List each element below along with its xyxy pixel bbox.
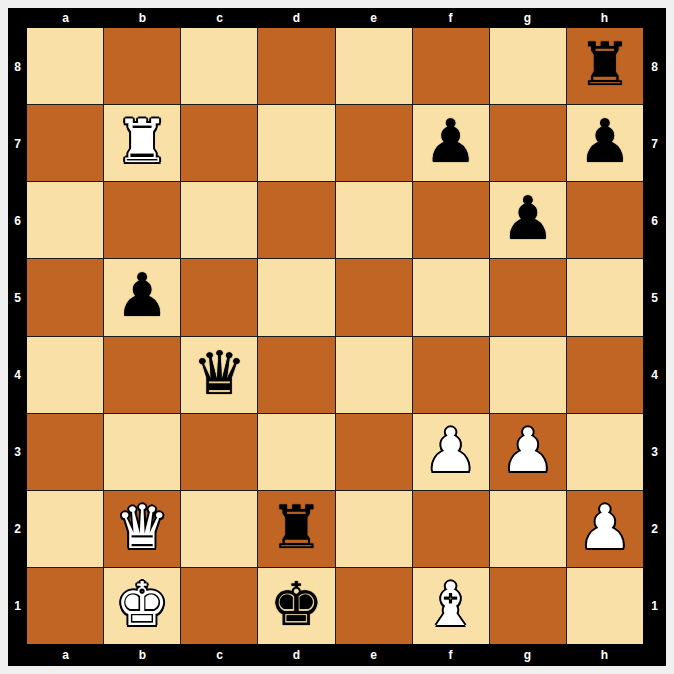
piece-white-pawn: ♟ bbox=[578, 497, 632, 557]
square-h2[interactable]: ♟ bbox=[567, 491, 643, 567]
square-e5[interactable] bbox=[336, 259, 412, 335]
square-c8[interactable] bbox=[181, 28, 257, 104]
square-a5[interactable] bbox=[27, 259, 103, 335]
square-e6[interactable] bbox=[336, 182, 412, 258]
square-h8[interactable]: ♜ bbox=[567, 28, 643, 104]
rank-label-right-8: 8 bbox=[643, 28, 666, 105]
square-d4[interactable] bbox=[258, 337, 334, 413]
piece-white-queen: ♛ bbox=[115, 497, 169, 557]
square-h5[interactable] bbox=[567, 259, 643, 335]
square-g5[interactable] bbox=[490, 259, 566, 335]
file-labels-top: abcdefgh bbox=[27, 8, 643, 28]
square-g4[interactable] bbox=[490, 337, 566, 413]
file-label-top-f: f bbox=[412, 8, 489, 28]
piece-white-pawn: ♟ bbox=[501, 420, 555, 480]
square-a4[interactable] bbox=[27, 337, 103, 413]
square-a2[interactable] bbox=[27, 491, 103, 567]
square-d2[interactable]: ♜ bbox=[258, 491, 334, 567]
square-d8[interactable] bbox=[258, 28, 334, 104]
piece-black-rook: ♜ bbox=[578, 34, 632, 94]
rank-label-left-6: 6 bbox=[8, 182, 27, 259]
square-b3[interactable] bbox=[104, 414, 180, 490]
square-g8[interactable] bbox=[490, 28, 566, 104]
piece-black-king: ♚ bbox=[270, 574, 324, 634]
square-d1[interactable]: ♚ bbox=[258, 568, 334, 644]
square-g6[interactable]: ♟ bbox=[490, 182, 566, 258]
square-a1[interactable] bbox=[27, 568, 103, 644]
square-d3[interactable] bbox=[258, 414, 334, 490]
file-label-top-c: c bbox=[181, 8, 258, 28]
file-label-top-d: d bbox=[258, 8, 335, 28]
square-c5[interactable] bbox=[181, 259, 257, 335]
square-f3[interactable]: ♟ bbox=[413, 414, 489, 490]
square-c2[interactable] bbox=[181, 491, 257, 567]
square-b8[interactable] bbox=[104, 28, 180, 104]
chess-board-frame: abcdefgh 87654321 ♜♜♟♟♟♟♛♟♟♛♜♟♚♚♝ 876543… bbox=[8, 8, 666, 666]
rank-label-left-1: 1 bbox=[8, 567, 27, 644]
square-e3[interactable] bbox=[336, 414, 412, 490]
rank-label-left-2: 2 bbox=[8, 490, 27, 567]
rank-label-right-3: 3 bbox=[643, 413, 666, 490]
square-e8[interactable] bbox=[336, 28, 412, 104]
square-h3[interactable] bbox=[567, 414, 643, 490]
file-label-bottom-h: h bbox=[566, 644, 643, 666]
piece-black-pawn: ♟ bbox=[578, 111, 632, 171]
file-labels-bottom: abcdefgh bbox=[27, 644, 643, 666]
rank-label-left-5: 5 bbox=[8, 259, 27, 336]
piece-black-pawn: ♟ bbox=[501, 188, 555, 248]
square-h1[interactable] bbox=[567, 568, 643, 644]
square-g1[interactable] bbox=[490, 568, 566, 644]
square-f7[interactable]: ♟ bbox=[413, 105, 489, 181]
file-label-bottom-d: d bbox=[258, 644, 335, 666]
piece-black-queen: ♛ bbox=[192, 343, 246, 403]
rank-labels-left: 87654321 bbox=[8, 28, 27, 644]
file-label-bottom-f: f bbox=[412, 644, 489, 666]
rank-label-right-6: 6 bbox=[643, 182, 666, 259]
square-b2[interactable]: ♛ bbox=[104, 491, 180, 567]
rank-label-right-2: 2 bbox=[643, 490, 666, 567]
square-e4[interactable] bbox=[336, 337, 412, 413]
rank-label-left-4: 4 bbox=[8, 336, 27, 413]
square-a3[interactable] bbox=[27, 414, 103, 490]
rank-label-right-5: 5 bbox=[643, 259, 666, 336]
rank-labels-right: 87654321 bbox=[643, 28, 666, 644]
square-f5[interactable] bbox=[413, 259, 489, 335]
square-c1[interactable] bbox=[181, 568, 257, 644]
square-c3[interactable] bbox=[181, 414, 257, 490]
rank-label-left-8: 8 bbox=[8, 28, 27, 105]
rank-label-right-7: 7 bbox=[643, 105, 666, 182]
square-g7[interactable] bbox=[490, 105, 566, 181]
square-d6[interactable] bbox=[258, 182, 334, 258]
piece-black-pawn: ♟ bbox=[424, 111, 478, 171]
square-g3[interactable]: ♟ bbox=[490, 414, 566, 490]
file-label-top-b: b bbox=[104, 8, 181, 28]
square-e7[interactable] bbox=[336, 105, 412, 181]
piece-white-pawn: ♟ bbox=[424, 420, 478, 480]
file-label-bottom-c: c bbox=[181, 644, 258, 666]
rank-label-right-1: 1 bbox=[643, 567, 666, 644]
square-f2[interactable] bbox=[413, 491, 489, 567]
square-c4[interactable]: ♛ bbox=[181, 337, 257, 413]
square-g2[interactable] bbox=[490, 491, 566, 567]
square-e1[interactable] bbox=[336, 568, 412, 644]
square-f8[interactable] bbox=[413, 28, 489, 104]
rank-label-right-4: 4 bbox=[643, 336, 666, 413]
square-f1[interactable]: ♝ bbox=[413, 568, 489, 644]
square-h4[interactable] bbox=[567, 337, 643, 413]
file-label-top-e: e bbox=[335, 8, 412, 28]
square-b7[interactable]: ♜ bbox=[104, 105, 180, 181]
square-a6[interactable] bbox=[27, 182, 103, 258]
square-e2[interactable] bbox=[336, 491, 412, 567]
square-b4[interactable] bbox=[104, 337, 180, 413]
file-label-top-g: g bbox=[489, 8, 566, 28]
file-label-bottom-b: b bbox=[104, 644, 181, 666]
file-label-bottom-a: a bbox=[27, 644, 104, 666]
piece-white-king: ♚ bbox=[115, 574, 169, 634]
rank-label-left-3: 3 bbox=[8, 413, 27, 490]
piece-black-rook: ♜ bbox=[270, 497, 324, 557]
file-label-top-h: h bbox=[566, 8, 643, 28]
square-d7[interactable] bbox=[258, 105, 334, 181]
square-d5[interactable] bbox=[258, 259, 334, 335]
chess-board: ♜♜♟♟♟♟♛♟♟♛♜♟♚♚♝ bbox=[27, 28, 643, 644]
square-c7[interactable] bbox=[181, 105, 257, 181]
piece-white-rook: ♜ bbox=[115, 111, 169, 171]
file-label-bottom-e: e bbox=[335, 644, 412, 666]
square-h6[interactable] bbox=[567, 182, 643, 258]
square-a8[interactable] bbox=[27, 28, 103, 104]
square-c6[interactable] bbox=[181, 182, 257, 258]
square-b1[interactable]: ♚ bbox=[104, 568, 180, 644]
file-label-top-a: a bbox=[27, 8, 104, 28]
file-label-bottom-g: g bbox=[489, 644, 566, 666]
piece-black-pawn: ♟ bbox=[115, 265, 169, 325]
square-h7[interactable]: ♟ bbox=[567, 105, 643, 181]
rank-label-left-7: 7 bbox=[8, 105, 27, 182]
square-b5[interactable]: ♟ bbox=[104, 259, 180, 335]
square-f4[interactable] bbox=[413, 337, 489, 413]
square-b6[interactable] bbox=[104, 182, 180, 258]
square-a7[interactable] bbox=[27, 105, 103, 181]
piece-white-bishop: ♝ bbox=[424, 574, 478, 634]
square-f6[interactable] bbox=[413, 182, 489, 258]
